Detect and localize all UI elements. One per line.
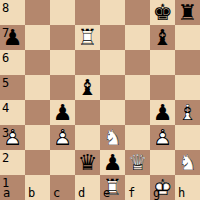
square-f2[interactable]: ♛♕ — [125, 150, 150, 175]
square-b3[interactable] — [25, 125, 50, 150]
square-d8[interactable] — [75, 0, 100, 25]
square-b5[interactable] — [25, 75, 50, 100]
square-d5[interactable]: ♝ — [75, 75, 100, 100]
chess-board: ♚♜♟♜♖♝♝♟♟♝♗♟♙♟♙♞♘♟♙♛♟♛♕♞♘♜♖♚♔ — [0, 0, 200, 200]
piece-black-queen[interactable]: ♛ — [75, 150, 100, 175]
piece-white-pawn[interactable]: ♙ — [50, 125, 75, 150]
square-g2[interactable] — [150, 150, 175, 175]
square-g8[interactable]: ♚ — [150, 0, 175, 25]
rank-label-6: 6 — [2, 52, 9, 64]
piece-black-king[interactable]: ♚ — [150, 0, 175, 25]
square-e7[interactable] — [100, 25, 125, 50]
piece-white-knight[interactable]: ♘ — [175, 150, 200, 175]
square-b8[interactable] — [25, 0, 50, 25]
file-label-f: f — [128, 187, 135, 199]
square-g7[interactable]: ♝ — [150, 25, 175, 50]
square-h8[interactable]: ♜ — [175, 0, 200, 25]
piece-black-bishop[interactable]: ♝ — [150, 25, 175, 50]
square-c6[interactable] — [50, 50, 75, 75]
piece-white-rook[interactable]: ♖ — [75, 25, 100, 50]
square-b4[interactable] — [25, 100, 50, 125]
square-h6[interactable] — [175, 50, 200, 75]
square-c4[interactable]: ♟ — [50, 100, 75, 125]
square-d2[interactable]: ♛ — [75, 150, 100, 175]
piece-black-rook[interactable]: ♜ — [175, 0, 200, 25]
piece-black-pawn[interactable]: ♟ — [150, 100, 175, 125]
square-e6[interactable] — [100, 50, 125, 75]
file-label-a: a — [3, 187, 10, 199]
file-label-d: d — [78, 187, 85, 199]
piece-white-queen[interactable]: ♕ — [125, 150, 150, 175]
piece-white-bishop[interactable]: ♗ — [175, 100, 200, 125]
square-c5[interactable] — [50, 75, 75, 100]
rank-label-2: 2 — [2, 152, 9, 164]
square-h5[interactable] — [175, 75, 200, 100]
square-c2[interactable] — [50, 150, 75, 175]
square-f4[interactable] — [125, 100, 150, 125]
square-f3[interactable] — [125, 125, 150, 150]
square-b6[interactable] — [25, 50, 50, 75]
rank-label-4: 4 — [2, 102, 9, 114]
rank-label-5: 5 — [2, 77, 9, 89]
file-label-h: h — [178, 187, 185, 199]
file-label-b: b — [28, 187, 35, 199]
square-e4[interactable] — [100, 100, 125, 125]
square-d4[interactable] — [75, 100, 100, 125]
chess-diagram: ♚♜♟♜♖♝♝♟♟♝♗♟♙♟♙♞♘♟♙♛♟♛♕♞♘♜♖♚♔ 87654321ab… — [0, 0, 200, 200]
square-g3[interactable]: ♟♙ — [150, 125, 175, 150]
piece-black-pawn[interactable]: ♟ — [100, 150, 125, 175]
square-f8[interactable] — [125, 0, 150, 25]
rank-label-8: 8 — [2, 2, 9, 14]
file-label-e: e — [103, 187, 110, 199]
square-h4[interactable]: ♝♗ — [175, 100, 200, 125]
square-e8[interactable] — [100, 0, 125, 25]
file-label-g: g — [153, 187, 160, 199]
square-e5[interactable] — [100, 75, 125, 100]
piece-black-bishop[interactable]: ♝ — [75, 75, 100, 100]
square-d3[interactable] — [75, 125, 100, 150]
piece-black-pawn[interactable]: ♟ — [50, 100, 75, 125]
rank-label-7: 7 — [2, 27, 9, 39]
square-b2[interactable] — [25, 150, 50, 175]
square-c3[interactable]: ♟♙ — [50, 125, 75, 150]
square-e3[interactable]: ♞♘ — [100, 125, 125, 150]
file-label-c: c — [53, 187, 60, 199]
piece-white-knight[interactable]: ♘ — [100, 125, 125, 150]
square-c8[interactable] — [50, 0, 75, 25]
square-c7[interactable] — [50, 25, 75, 50]
square-b7[interactable] — [25, 25, 50, 50]
square-g5[interactable] — [150, 75, 175, 100]
square-d6[interactable] — [75, 50, 100, 75]
square-h7[interactable] — [175, 25, 200, 50]
square-d7[interactable]: ♜♖ — [75, 25, 100, 50]
square-f7[interactable] — [125, 25, 150, 50]
square-e2[interactable]: ♟ — [100, 150, 125, 175]
square-f5[interactable] — [125, 75, 150, 100]
square-f6[interactable] — [125, 50, 150, 75]
square-g4[interactable]: ♟ — [150, 100, 175, 125]
square-h2[interactable]: ♞♘ — [175, 150, 200, 175]
piece-white-pawn[interactable]: ♙ — [150, 125, 175, 150]
square-g6[interactable] — [150, 50, 175, 75]
square-h3[interactable] — [175, 125, 200, 150]
rank-label-3: 3 — [2, 127, 9, 139]
